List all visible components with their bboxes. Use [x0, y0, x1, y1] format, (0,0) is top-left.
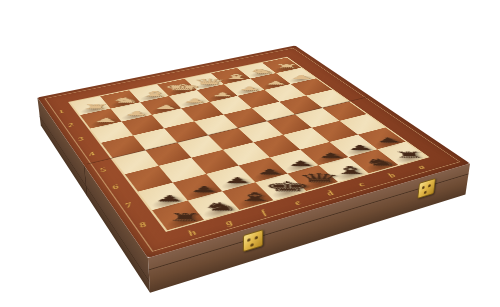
- product-photo-chess-set: 12345678 hgfedcba ♜♞♝♛♚♝♞♜♟♟♟♟♟♟♟♟♟♟♟♟♟♟…: [0, 0, 500, 307]
- brass-latch: [243, 229, 263, 252]
- chess-board: 12345678 hgfedcba ♜♞♝♛♚♝♞♜♟♟♟♟♟♟♟♟♟♟♟♟♟♟…: [37, 45, 470, 258]
- brass-latch: [418, 178, 437, 199]
